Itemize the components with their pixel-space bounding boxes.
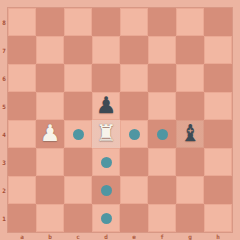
- square-g6[interactable]: [176, 64, 204, 92]
- square-g5[interactable]: [176, 92, 204, 120]
- square-h8[interactable]: [204, 8, 232, 36]
- rank-labels: 87654321: [0, 8, 8, 232]
- square-e7[interactable]: [120, 36, 148, 64]
- square-b5[interactable]: [36, 92, 64, 120]
- square-g2[interactable]: [176, 176, 204, 204]
- square-g1[interactable]: [176, 204, 204, 232]
- square-g7[interactable]: [176, 36, 204, 64]
- rank-label-3: 3: [0, 148, 8, 176]
- file-label-h: h: [204, 232, 232, 240]
- square-c4[interactable]: [64, 120, 92, 148]
- square-a6[interactable]: [8, 64, 36, 92]
- square-e6[interactable]: [120, 64, 148, 92]
- square-b3[interactable]: [36, 148, 64, 176]
- rank-label-1: 1: [0, 204, 8, 232]
- black-bishop[interactable]: ♝: [176, 120, 204, 148]
- square-a5[interactable]: [8, 92, 36, 120]
- square-c6[interactable]: [64, 64, 92, 92]
- move-hint-dot[interactable]: [101, 185, 112, 196]
- square-f1[interactable]: [148, 204, 176, 232]
- black-pawn[interactable]: ♟: [92, 92, 120, 120]
- square-e5[interactable]: [120, 92, 148, 120]
- square-e1[interactable]: [120, 204, 148, 232]
- square-e3[interactable]: [120, 148, 148, 176]
- move-hint-dot[interactable]: [101, 213, 112, 224]
- rank-label-8: 8: [0, 8, 8, 36]
- rank-label-7: 7: [0, 36, 8, 64]
- chess-app-screen: 87654321 ♟♟♜♝ abcdefgh: [0, 0, 240, 240]
- square-c5[interactable]: [64, 92, 92, 120]
- square-h3[interactable]: [204, 148, 232, 176]
- square-h4[interactable]: [204, 120, 232, 148]
- move-hint-dot[interactable]: [157, 129, 168, 140]
- square-b1[interactable]: [36, 204, 64, 232]
- square-d7[interactable]: [92, 36, 120, 64]
- move-hint-dot[interactable]: [73, 129, 84, 140]
- square-f3[interactable]: [148, 148, 176, 176]
- square-f7[interactable]: [148, 36, 176, 64]
- square-f4[interactable]: [148, 120, 176, 148]
- square-h6[interactable]: [204, 64, 232, 92]
- file-labels: abcdefgh: [8, 232, 232, 240]
- square-b6[interactable]: [36, 64, 64, 92]
- square-b2[interactable]: [36, 176, 64, 204]
- square-f5[interactable]: [148, 92, 176, 120]
- move-hint-dot[interactable]: [129, 129, 140, 140]
- square-c3[interactable]: [64, 148, 92, 176]
- square-a3[interactable]: [8, 148, 36, 176]
- square-b7[interactable]: [36, 36, 64, 64]
- square-c8[interactable]: [64, 8, 92, 36]
- square-a2[interactable]: [8, 176, 36, 204]
- square-f2[interactable]: [148, 176, 176, 204]
- rank-label-2: 2: [0, 176, 8, 204]
- square-a1[interactable]: [8, 204, 36, 232]
- rank-label-6: 6: [0, 64, 8, 92]
- file-label-f: f: [148, 232, 176, 240]
- file-label-d: d: [92, 232, 120, 240]
- rank-label-4: 4: [0, 120, 8, 148]
- file-label-a: a: [8, 232, 36, 240]
- move-hint-dot[interactable]: [101, 157, 112, 168]
- square-c2[interactable]: [64, 176, 92, 204]
- square-g4[interactable]: ♝: [176, 120, 204, 148]
- file-label-b: b: [36, 232, 64, 240]
- square-h1[interactable]: [204, 204, 232, 232]
- file-label-c: c: [64, 232, 92, 240]
- square-f6[interactable]: [148, 64, 176, 92]
- square-b4[interactable]: ♟: [36, 120, 64, 148]
- square-c1[interactable]: [64, 204, 92, 232]
- square-h2[interactable]: [204, 176, 232, 204]
- file-label-e: e: [120, 232, 148, 240]
- square-a8[interactable]: [8, 8, 36, 36]
- square-h5[interactable]: [204, 92, 232, 120]
- square-d2[interactable]: [92, 176, 120, 204]
- square-a7[interactable]: [8, 36, 36, 64]
- square-e2[interactable]: [120, 176, 148, 204]
- square-c7[interactable]: [64, 36, 92, 64]
- chess-board[interactable]: ♟♟♜♝: [8, 8, 232, 232]
- white-rook[interactable]: ♜: [92, 120, 120, 148]
- square-d5[interactable]: ♟: [92, 92, 120, 120]
- square-g3[interactable]: [176, 148, 204, 176]
- square-h7[interactable]: [204, 36, 232, 64]
- square-a4[interactable]: [8, 120, 36, 148]
- square-d8[interactable]: [92, 8, 120, 36]
- rank-label-5: 5: [0, 92, 8, 120]
- square-e8[interactable]: [120, 8, 148, 36]
- square-d1[interactable]: [92, 204, 120, 232]
- square-e4[interactable]: [120, 120, 148, 148]
- file-label-g: g: [176, 232, 204, 240]
- square-d6[interactable]: [92, 64, 120, 92]
- white-pawn[interactable]: ♟: [36, 120, 64, 148]
- square-f8[interactable]: [148, 8, 176, 36]
- square-b8[interactable]: [36, 8, 64, 36]
- square-d3[interactable]: [92, 148, 120, 176]
- square-g8[interactable]: [176, 8, 204, 36]
- square-d4[interactable]: ♜: [92, 120, 120, 148]
